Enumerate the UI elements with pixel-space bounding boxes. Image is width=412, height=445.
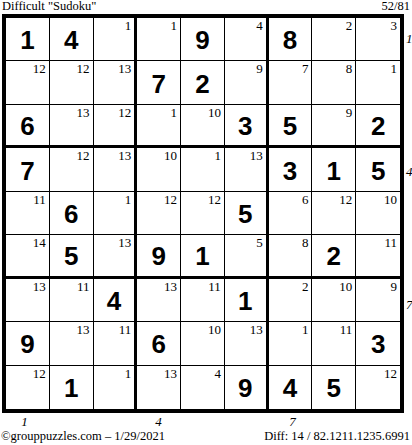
given-digit: 2: [181, 61, 224, 103]
corner-number: 12: [208, 192, 221, 207]
corner-number: 13: [164, 279, 177, 294]
cell-r1c6[interactable]: 4: [225, 18, 269, 61]
cell-r9c5[interactable]: 4: [181, 366, 225, 409]
cell-r5c4[interactable]: 12: [137, 192, 181, 235]
given-digit: 3: [225, 105, 266, 145]
cell-r8c6[interactable]: 13: [225, 322, 269, 365]
given-digit: 4: [50, 18, 93, 60]
cell-r8c7[interactable]: 1: [269, 322, 313, 365]
corner-number: 10: [208, 322, 221, 337]
cell-r2c2[interactable]: 12: [50, 61, 94, 104]
cell-r3c3[interactable]: 12: [94, 105, 138, 148]
corner-number: 13: [77, 322, 90, 337]
corner-number: 10: [164, 148, 177, 163]
given-digit: 5: [269, 105, 312, 145]
given-digit: 1: [50, 366, 93, 409]
given-digit: 1: [181, 235, 224, 275]
cell-r2c8[interactable]: 8: [312, 61, 356, 104]
given-digit: 5: [50, 235, 93, 275]
given-digit: 4: [269, 366, 312, 409]
corner-number: 12: [384, 366, 397, 381]
corner-number: 13: [250, 148, 263, 163]
corner-number: 8: [346, 61, 353, 76]
corner-number: 12: [77, 148, 90, 163]
cell-r8c8[interactable]: 11: [312, 322, 356, 365]
sudoku-sheet: Difficult "Sudoku" 52/81 141194823121213…: [0, 0, 412, 445]
cell-r5c2[interactable]: 6: [50, 192, 94, 235]
cell-r3c8[interactable]: 9: [312, 105, 356, 148]
cell-r8c4[interactable]: 6: [137, 322, 181, 365]
corner-number: 9: [391, 279, 398, 294]
cell-r4c8[interactable]: 1: [312, 148, 356, 191]
corner-number: 13: [118, 148, 131, 163]
cell-r7c3[interactable]: 4: [94, 279, 138, 322]
cell-r4c1[interactable]: 7: [6, 148, 50, 191]
cell-r6c9[interactable]: 11: [356, 235, 400, 278]
given-digit: 3: [269, 148, 312, 190]
cell-r4c3[interactable]: 13: [94, 148, 138, 191]
cell-r7c8[interactable]: 10: [312, 279, 356, 322]
given-digit: 9: [137, 235, 180, 275]
corner-number: 1: [302, 322, 309, 337]
cell-r3c5[interactable]: 10: [181, 105, 225, 148]
corner-number: 1: [171, 105, 178, 120]
cell-r2c4[interactable]: 7: [137, 61, 181, 104]
cell-r7c5[interactable]: 11: [181, 279, 225, 322]
corner-number: 11: [119, 322, 132, 337]
cell-r1c8[interactable]: 2: [312, 18, 356, 61]
corner-number: 13: [77, 105, 90, 120]
cell-r9c7[interactable]: 4: [269, 366, 313, 409]
cell-r6c5[interactable]: 1: [181, 235, 225, 278]
cell-r6c2[interactable]: 5: [50, 235, 94, 278]
copyright-text: ©grouppuzzles.com – 1/29/2021: [0, 429, 165, 445]
given-digit: 6: [137, 322, 180, 364]
given-digit: 9: [6, 322, 49, 364]
corner-number: 6: [302, 192, 309, 207]
given-digit: 8: [269, 18, 312, 60]
given-digit: 1: [312, 148, 355, 190]
cell-r1c2[interactable]: 4: [50, 18, 94, 61]
cell-r3c7[interactable]: 5: [269, 105, 313, 148]
given-digit: 1: [225, 279, 266, 321]
row-label-4: 4: [406, 165, 412, 179]
cell-r7c9[interactable]: 9: [356, 279, 400, 322]
corner-number: 2: [346, 18, 353, 33]
cell-r8c2[interactable]: 13: [50, 322, 94, 365]
cell-r2c5[interactable]: 2: [181, 61, 225, 104]
cell-r9c2[interactable]: 1: [50, 366, 94, 409]
corner-number: 10: [208, 105, 221, 120]
cell-r8c1[interactable]: 9: [6, 322, 50, 365]
corner-number: 12: [33, 366, 46, 381]
given-digit: 7: [6, 148, 49, 190]
cell-r5c3[interactable]: 1: [94, 192, 138, 235]
cell-r9c3[interactable]: 1: [94, 366, 138, 409]
corner-number: 12: [339, 192, 352, 207]
given-digit: 4: [94, 279, 135, 321]
corner-number: 14: [33, 235, 46, 250]
given-digit: 1: [6, 18, 49, 60]
cell-r4c7[interactable]: 3: [269, 148, 313, 191]
cell-r7c7[interactable]: 2: [269, 279, 313, 322]
col-label-1: 1: [21, 415, 28, 429]
corner-number: 11: [77, 279, 90, 294]
cell-r1c9[interactable]: 3: [356, 18, 400, 61]
cell-r1c3[interactable]: 1: [94, 18, 138, 61]
given-digit: 2: [356, 105, 400, 145]
corner-number: 9: [256, 61, 263, 76]
cell-r3c6[interactable]: 3: [225, 105, 269, 148]
corner-number: 11: [33, 192, 46, 207]
cell-r6c6[interactable]: 5: [225, 235, 269, 278]
cell-r9c6[interactable]: 9: [225, 366, 269, 409]
page-header: Difficult "Sudoku" 52/81: [0, 0, 412, 14]
cell-r8c3[interactable]: 11: [94, 322, 138, 365]
cell-r2c7[interactable]: 7: [269, 61, 313, 104]
cell-r7c4[interactable]: 13: [137, 279, 181, 322]
cell-r4c4[interactable]: 10: [137, 148, 181, 191]
corner-number: 10: [384, 192, 397, 207]
cell-r2c3[interactable]: 13: [94, 61, 138, 104]
corner-number: 11: [340, 322, 353, 337]
sudoku-board: 1411948231212137297816131211035927121310…: [2, 14, 404, 413]
given-digit: 2: [312, 235, 355, 275]
corner-number: 3: [391, 18, 398, 33]
row-label-7: 7: [406, 298, 412, 312]
difficulty-text: Diff: 14 / 82.1211.1235.6991: [264, 429, 412, 445]
given-digit: 9: [181, 18, 224, 60]
corner-number: 2: [302, 279, 309, 294]
corner-number: 13: [33, 279, 46, 294]
corner-number: 7: [302, 61, 309, 76]
corner-number: 8: [302, 235, 309, 250]
cell-r9c1[interactable]: 12: [6, 366, 50, 409]
cell-r1c4[interactable]: 1: [137, 18, 181, 61]
corner-number: 1: [171, 18, 178, 33]
cell-r3c2[interactable]: 13: [50, 105, 94, 148]
corner-number: 1: [125, 366, 132, 381]
cell-r6c1[interactable]: 14: [6, 235, 50, 278]
given-digit: 7: [137, 61, 180, 103]
corner-number: 13: [164, 366, 177, 381]
corner-number: 11: [208, 279, 221, 294]
remaining-cells-counter: 52/81: [382, 0, 412, 14]
cell-r6c3[interactable]: 13: [94, 235, 138, 278]
cell-r5c6[interactable]: 5: [225, 192, 269, 235]
cell-r5c8[interactable]: 12: [312, 192, 356, 235]
cell-r2c9[interactable]: 1: [356, 61, 400, 104]
cell-r7c2[interactable]: 11: [50, 279, 94, 322]
cell-r1c5[interactable]: 9: [181, 18, 225, 61]
cell-r9c9[interactable]: 12: [356, 366, 400, 409]
given-digit: 5: [356, 148, 400, 190]
corner-number: 11: [384, 235, 397, 250]
given-digit: 3: [356, 322, 400, 364]
corner-number: 1: [125, 192, 132, 207]
cell-r4c9[interactable]: 5: [356, 148, 400, 191]
given-digit: 6: [6, 105, 49, 145]
given-digit: 5: [312, 366, 355, 409]
cell-r2c1[interactable]: 12: [6, 61, 50, 104]
cell-r1c7[interactable]: 8: [269, 18, 313, 61]
corner-number: 13: [250, 322, 263, 337]
cell-r4c6[interactable]: 13: [225, 148, 269, 191]
corner-number: 1: [391, 61, 398, 76]
corner-number: 4: [256, 18, 263, 33]
puzzle-title: Difficult "Sudoku": [0, 0, 96, 14]
corner-number: 13: [118, 61, 131, 76]
col-label-7: 7: [289, 415, 296, 429]
cell-r3c4[interactable]: 1: [137, 105, 181, 148]
cell-r5c5[interactable]: 12: [181, 192, 225, 235]
corner-number: 10: [339, 279, 352, 294]
cell-r9c8[interactable]: 5: [312, 366, 356, 409]
cell-r9c4[interactable]: 13: [137, 366, 181, 409]
cell-r4c2[interactable]: 12: [50, 148, 94, 191]
cell-r8c9[interactable]: 3: [356, 322, 400, 365]
corner-number: 1: [214, 148, 221, 163]
cell-r8c5[interactable]: 10: [181, 322, 225, 365]
corner-number: 12: [33, 61, 46, 76]
corner-number: 4: [214, 366, 221, 381]
cell-r3c1[interactable]: 6: [6, 105, 50, 148]
cell-r3c9[interactable]: 2: [356, 105, 400, 148]
cell-r5c7[interactable]: 6: [269, 192, 313, 235]
corner-number: 5: [256, 235, 263, 250]
cell-r7c6[interactable]: 1: [225, 279, 269, 322]
cell-r4c5[interactable]: 1: [181, 148, 225, 191]
cell-r6c4[interactable]: 9: [137, 235, 181, 278]
corner-number: 1: [125, 18, 132, 33]
corner-number: 12: [118, 105, 131, 120]
cell-r5c1[interactable]: 11: [6, 192, 50, 235]
row-label-1: 1: [406, 32, 412, 46]
given-digit: 5: [225, 192, 266, 234]
cell-r7c1[interactable]: 13: [6, 279, 50, 322]
cell-r6c7[interactable]: 8: [269, 235, 313, 278]
given-digit: 9: [225, 366, 266, 409]
cell-r6c8[interactable]: 2: [312, 235, 356, 278]
corner-number: 13: [118, 235, 131, 250]
page-footer: ©grouppuzzles.com – 1/29/2021 Diff: 14 /…: [0, 429, 412, 445]
cell-r5c9[interactable]: 10: [356, 192, 400, 235]
cell-r1c1[interactable]: 1: [6, 18, 50, 61]
col-label-4: 4: [155, 415, 162, 429]
given-digit: 6: [50, 192, 93, 234]
corner-number: 12: [77, 61, 90, 76]
cell-r2c6[interactable]: 9: [225, 61, 269, 104]
corner-number: 9: [346, 105, 353, 120]
corner-number: 12: [164, 192, 177, 207]
